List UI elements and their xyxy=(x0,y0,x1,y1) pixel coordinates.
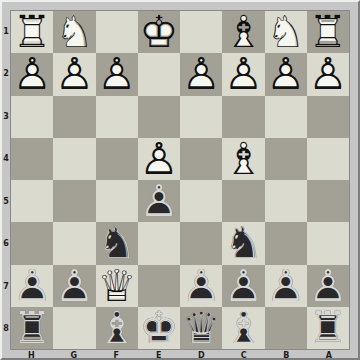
square-e2[interactable] xyxy=(138,53,180,95)
black-pawn[interactable]: ♟♙ xyxy=(180,265,222,307)
rank-label-8: 8 xyxy=(2,308,10,351)
square-a4[interactable] xyxy=(307,138,349,180)
square-b1[interactable]: ♞♘ xyxy=(265,11,307,53)
black-bishop[interactable]: ♝♗ xyxy=(222,307,264,349)
file-label-h: H xyxy=(10,351,53,359)
square-e3[interactable] xyxy=(138,96,180,138)
white-pawn-outline: ♙ xyxy=(224,52,263,96)
square-d5[interactable] xyxy=(180,180,222,222)
square-a6[interactable] xyxy=(307,222,349,264)
square-d4[interactable] xyxy=(180,138,222,180)
board: ♜♖♞♘♚♔♝♗♞♘♜♖♟♙♟♙♟♙♟♙♟♙♟♙♟♙♟♙♝♗♟♙♞♘♞♘♟♙♟♙… xyxy=(10,10,350,350)
black-pawn-outline: ♙ xyxy=(266,264,305,308)
rank-label-2: 2 xyxy=(2,53,10,96)
square-h4[interactable] xyxy=(11,138,53,180)
square-f7[interactable]: ♛♕ xyxy=(96,265,138,307)
white-pawn-outline: ♙ xyxy=(181,52,220,96)
white-pawn[interactable]: ♟♙ xyxy=(307,53,349,95)
square-g4[interactable] xyxy=(53,138,95,180)
square-f2[interactable]: ♟♙ xyxy=(96,53,138,95)
square-f8[interactable]: ♝♗ xyxy=(96,307,138,349)
square-c4[interactable]: ♝♗ xyxy=(222,138,264,180)
square-a1[interactable]: ♜♖ xyxy=(307,11,349,53)
white-pawn[interactable]: ♟♙ xyxy=(265,53,307,95)
file-labels: HGFEDCBA xyxy=(10,351,350,359)
square-a3[interactable] xyxy=(307,96,349,138)
square-h1[interactable]: ♜♖ xyxy=(11,11,53,53)
black-pawn[interactable]: ♟♙ xyxy=(307,265,349,307)
black-rook-outline: ♖ xyxy=(308,306,347,350)
black-rook-outline: ♖ xyxy=(12,306,51,350)
white-rook[interactable]: ♜♖ xyxy=(307,11,349,53)
square-h5[interactable] xyxy=(11,180,53,222)
square-c5[interactable] xyxy=(222,180,264,222)
file-label-e: E xyxy=(138,351,181,359)
file-label-b: B xyxy=(265,351,308,359)
square-b6[interactable] xyxy=(265,222,307,264)
white-knight[interactable]: ♞♘ xyxy=(265,11,307,53)
white-king[interactable]: ♚♔ xyxy=(138,11,180,53)
square-b3[interactable] xyxy=(265,96,307,138)
square-d8[interactable]: ♛♕ xyxy=(180,307,222,349)
rank-label-4: 4 xyxy=(2,138,10,181)
square-g2[interactable]: ♟♙ xyxy=(53,53,95,95)
square-c2[interactable]: ♟♙ xyxy=(222,53,264,95)
black-pawn-outline: ♙ xyxy=(139,179,178,223)
black-bishop-outline: ♗ xyxy=(97,306,136,350)
black-king[interactable]: ♚♔ xyxy=(138,307,180,349)
square-g6[interactable] xyxy=(53,222,95,264)
square-c7[interactable]: ♟♙ xyxy=(222,265,264,307)
square-g8[interactable] xyxy=(53,307,95,349)
square-e5[interactable]: ♟♙ xyxy=(138,180,180,222)
square-f5[interactable] xyxy=(96,180,138,222)
rank-label-6: 6 xyxy=(2,223,10,266)
square-g1[interactable]: ♞♘ xyxy=(53,11,95,53)
chess-board-frame: 12345678 ♜♖♞♘♚♔♝♗♞♘♜♖♟♙♟♙♟♙♟♙♟♙♟♙♟♙♟♙♝♗♟… xyxy=(0,0,360,360)
square-e1[interactable]: ♚♔ xyxy=(138,11,180,53)
square-g5[interactable] xyxy=(53,180,95,222)
square-e7[interactable] xyxy=(138,265,180,307)
square-d1[interactable] xyxy=(180,11,222,53)
square-a2[interactable]: ♟♙ xyxy=(307,53,349,95)
square-c3[interactable] xyxy=(222,96,264,138)
white-pawn[interactable]: ♟♙ xyxy=(53,53,95,95)
black-king-outline: ♔ xyxy=(139,306,178,350)
black-pawn[interactable]: ♟♙ xyxy=(11,265,53,307)
square-d6[interactable] xyxy=(180,222,222,264)
square-e4[interactable]: ♟♙ xyxy=(138,138,180,180)
black-rook[interactable]: ♜♖ xyxy=(307,307,349,349)
rank-label-5: 5 xyxy=(2,180,10,223)
square-b4[interactable] xyxy=(265,138,307,180)
rank-label-1: 1 xyxy=(2,10,10,53)
square-f3[interactable] xyxy=(96,96,138,138)
white-bishop[interactable]: ♝♗ xyxy=(222,138,264,180)
square-f6[interactable]: ♞♘ xyxy=(96,222,138,264)
file-label-a: A xyxy=(308,351,351,359)
white-bishop-outline: ♗ xyxy=(224,137,263,181)
white-rook[interactable]: ♜♖ xyxy=(11,11,53,53)
white-pawn-outline: ♙ xyxy=(97,52,136,96)
square-d3[interactable] xyxy=(180,96,222,138)
black-bishop-outline: ♗ xyxy=(224,306,263,350)
white-pawn[interactable]: ♟♙ xyxy=(222,53,264,95)
file-label-g: G xyxy=(53,351,96,359)
square-c6[interactable]: ♞♘ xyxy=(222,222,264,264)
black-queen[interactable]: ♛♕ xyxy=(180,307,222,349)
black-pawn[interactable]: ♟♙ xyxy=(53,265,95,307)
square-e6[interactable] xyxy=(138,222,180,264)
square-h6[interactable] xyxy=(11,222,53,264)
white-pawn[interactable]: ♟♙ xyxy=(96,53,138,95)
square-h7[interactable]: ♟♙ xyxy=(11,265,53,307)
square-b7[interactable]: ♟♙ xyxy=(265,265,307,307)
square-b8[interactable] xyxy=(265,307,307,349)
white-pawn[interactable]: ♟♙ xyxy=(180,53,222,95)
white-pawn-outline: ♙ xyxy=(55,52,94,96)
square-f4[interactable] xyxy=(96,138,138,180)
square-b5[interactable] xyxy=(265,180,307,222)
square-a5[interactable] xyxy=(307,180,349,222)
white-pawn[interactable]: ♟♙ xyxy=(138,138,180,180)
square-g7[interactable]: ♟♙ xyxy=(53,265,95,307)
rank-labels: 12345678 xyxy=(2,10,10,350)
square-f1[interactable] xyxy=(96,11,138,53)
square-c1[interactable]: ♝♗ xyxy=(222,11,264,53)
square-h8[interactable]: ♜♖ xyxy=(11,307,53,349)
black-queen-outline: ♕ xyxy=(181,306,220,350)
square-b2[interactable]: ♟♙ xyxy=(265,53,307,95)
white-queen[interactable]: ♛♕ xyxy=(96,265,138,307)
white-pawn-outline: ♙ xyxy=(266,52,305,96)
square-h2[interactable]: ♟♙ xyxy=(11,53,53,95)
rank-label-3: 3 xyxy=(2,95,10,138)
black-pawn-outline: ♙ xyxy=(55,264,94,308)
square-d2[interactable]: ♟♙ xyxy=(180,53,222,95)
square-g3[interactable] xyxy=(53,96,95,138)
white-pawn[interactable]: ♟♙ xyxy=(11,53,53,95)
square-d7[interactable]: ♟♙ xyxy=(180,265,222,307)
white-king-outline: ♔ xyxy=(139,10,178,54)
white-bishop[interactable]: ♝♗ xyxy=(222,11,264,53)
white-pawn-outline: ♙ xyxy=(12,52,51,96)
black-knight[interactable]: ♞♘ xyxy=(222,222,264,264)
file-label-d: D xyxy=(180,351,223,359)
square-h3[interactable] xyxy=(11,96,53,138)
black-knight[interactable]: ♞♘ xyxy=(96,222,138,264)
file-label-c: C xyxy=(223,351,266,359)
square-c8[interactable]: ♝♗ xyxy=(222,307,264,349)
black-pawn[interactable]: ♟♙ xyxy=(138,180,180,222)
square-e8[interactable]: ♚♔ xyxy=(138,307,180,349)
black-bishop[interactable]: ♝♗ xyxy=(96,307,138,349)
white-knight[interactable]: ♞♘ xyxy=(53,11,95,53)
rank-label-7: 7 xyxy=(2,265,10,308)
square-a7[interactable]: ♟♙ xyxy=(307,265,349,307)
square-a8[interactable]: ♜♖ xyxy=(307,307,349,349)
white-pawn-outline: ♙ xyxy=(308,52,347,96)
file-label-f: F xyxy=(95,351,138,359)
black-rook[interactable]: ♜♖ xyxy=(11,307,53,349)
black-pawn[interactable]: ♟♙ xyxy=(222,265,264,307)
black-pawn[interactable]: ♟♙ xyxy=(265,265,307,307)
